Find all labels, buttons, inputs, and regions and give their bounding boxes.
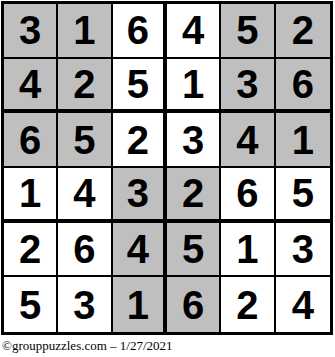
cell-r4c3: 3	[113, 168, 167, 223]
cell-r6c1: 5	[4, 277, 58, 332]
cell-r2c6: 6	[276, 59, 330, 114]
cell-r6c4: 6	[167, 277, 221, 332]
cell-r3c2: 5	[58, 113, 112, 168]
cell-r6c2: 3	[58, 277, 112, 332]
cell-r3c1: 6	[4, 113, 58, 168]
sudoku-page: 316452425136652341143265264513531624 ©gr…	[0, 0, 335, 357]
cell-r6c6: 4	[276, 277, 330, 332]
cell-r3c3: 2	[113, 113, 167, 168]
cell-r2c4: 1	[167, 59, 221, 114]
cell-r5c1: 2	[4, 223, 58, 278]
cell-r2c2: 2	[58, 59, 112, 114]
copyright-text: ©grouppuzzles.com – 1/27/2021	[2, 338, 173, 353]
cell-r2c3: 5	[113, 59, 167, 114]
cell-r4c2: 4	[58, 168, 112, 223]
cell-r1c5: 5	[221, 4, 275, 59]
cell-r5c4: 5	[167, 223, 221, 278]
cell-r3c5: 4	[221, 113, 275, 168]
cell-r5c2: 6	[58, 223, 112, 278]
cell-r3c4: 3	[167, 113, 221, 168]
cell-r4c1: 1	[4, 168, 58, 223]
cell-r5c3: 4	[113, 223, 167, 278]
sudoku-board: 316452425136652341143265264513531624	[1, 1, 333, 335]
cell-r5c5: 1	[221, 223, 275, 278]
cell-r4c6: 5	[276, 168, 330, 223]
cell-r1c3: 6	[113, 4, 167, 59]
cell-r4c5: 6	[221, 168, 275, 223]
copyright-footer: ©grouppuzzles.com – 1/27/2021	[2, 338, 173, 354]
cell-r1c6: 2	[276, 4, 330, 59]
cell-r1c1: 3	[4, 4, 58, 59]
cell-r3c6: 1	[276, 113, 330, 168]
cell-r5c6: 3	[276, 223, 330, 278]
cell-r2c1: 4	[4, 59, 58, 114]
cell-r1c2: 1	[58, 4, 112, 59]
cell-r6c5: 2	[221, 277, 275, 332]
cell-r1c4: 4	[167, 4, 221, 59]
cell-r4c4: 2	[167, 168, 221, 223]
cell-r6c3: 1	[113, 277, 167, 332]
cell-r2c5: 3	[221, 59, 275, 114]
